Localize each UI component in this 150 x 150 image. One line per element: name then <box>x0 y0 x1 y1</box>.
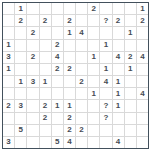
cell-r1c8[interactable]: 2 <box>88 3 99 14</box>
cell-r3c1[interactable] <box>3 27 14 38</box>
cell-r2c1[interactable] <box>3 15 14 26</box>
cell-r10c4[interactable]: 2 <box>40 113 51 124</box>
cell-r7c1[interactable] <box>3 76 14 87</box>
cell-r10c5[interactable] <box>52 113 63 124</box>
cell-r1c5[interactable] <box>52 3 63 14</box>
cell-r7c3[interactable]: 3 <box>27 76 38 87</box>
cell-r11c12[interactable] <box>137 125 148 136</box>
cell-r11c11[interactable] <box>125 125 136 136</box>
cell-r6c9[interactable]: 1 <box>100 64 111 75</box>
cell-r9c9[interactable]: ? <box>100 100 111 111</box>
cell-r1c9[interactable] <box>100 3 111 14</box>
cell-r8c4[interactable] <box>40 88 51 99</box>
cell-r4c11[interactable] <box>125 40 136 51</box>
cell-r12c3[interactable] <box>27 137 38 148</box>
cell-r9c8[interactable] <box>88 100 99 111</box>
cell-r10c7[interactable] <box>76 113 87 124</box>
cell-r5c1[interactable]: 3 <box>3 52 14 63</box>
cell-r8c10[interactable]: 1 <box>113 88 124 99</box>
cell-r7c12[interactable] <box>137 76 148 87</box>
cell-r8c9[interactable] <box>100 88 111 99</box>
cell-r10c3[interactable] <box>27 113 38 124</box>
cell-r2c6[interactable]: 2 <box>64 15 75 26</box>
cell-r9c2[interactable]: 3 <box>15 100 26 111</box>
cell-r6c4[interactable] <box>40 64 51 75</box>
cell-r11c3[interactable] <box>27 125 38 136</box>
cell-r6c5[interactable]: 2 <box>52 64 63 75</box>
cell-r12c12[interactable] <box>137 137 148 148</box>
cell-r11c4[interactable] <box>40 125 51 136</box>
cell-r10c8[interactable] <box>88 113 99 124</box>
cell-r5c9[interactable] <box>100 52 111 63</box>
cell-r2c2[interactable]: 2 <box>15 15 26 26</box>
cell-r10c11[interactable] <box>125 113 136 124</box>
cell-r5c4[interactable] <box>40 52 51 63</box>
cell-r4c6[interactable] <box>64 40 75 51</box>
cell-r3c12[interactable] <box>137 27 148 38</box>
cell-r5c7[interactable] <box>76 52 87 63</box>
cell-r9c7[interactable] <box>76 100 87 111</box>
cell-r4c12[interactable] <box>137 40 148 51</box>
cell-r2c8[interactable] <box>88 15 99 26</box>
cell-r3c3[interactable]: 2 <box>27 27 38 38</box>
cell-r11c1[interactable] <box>3 125 14 136</box>
cell-r3c5[interactable] <box>52 27 63 38</box>
cell-r3c9[interactable] <box>100 27 111 38</box>
cell-r11c6[interactable]: 2 <box>64 125 75 136</box>
cell-r5c6[interactable] <box>64 52 75 63</box>
cell-r6c7[interactable] <box>76 64 87 75</box>
cell-r5c3[interactable]: 2 <box>27 52 38 63</box>
cell-r2c12[interactable]: 2 <box>137 15 148 26</box>
cell-r1c7[interactable] <box>76 3 87 14</box>
cell-r8c2[interactable] <box>15 88 26 99</box>
cell-r10c6[interactable]: 2 <box>64 113 75 124</box>
cell-r7c4[interactable]: 1 <box>40 76 51 87</box>
cell-r3c7[interactable]: 4 <box>76 27 87 38</box>
cell-r12c5[interactable]: 5 <box>52 137 63 148</box>
cell-r10c12[interactable] <box>137 113 148 124</box>
cell-r7c8[interactable] <box>88 76 99 87</box>
cell-r7c9[interactable]: 4 <box>100 76 111 87</box>
cell-r3c6[interactable]: 1 <box>64 27 75 38</box>
cell-r5c12[interactable]: 4 <box>137 52 148 63</box>
cell-r9c6[interactable]: 1 <box>64 100 75 111</box>
cell-r3c10[interactable] <box>113 27 124 38</box>
cell-r6c11[interactable]: 1 <box>125 64 136 75</box>
cell-r4c9[interactable]: 1 <box>100 40 111 51</box>
cell-r12c4[interactable] <box>40 137 51 148</box>
cell-r10c1[interactable] <box>3 113 14 124</box>
cell-r6c6[interactable]: 2 <box>64 64 75 75</box>
cell-r7c2[interactable]: 1 <box>15 76 26 87</box>
cell-r7c6[interactable] <box>64 76 75 87</box>
cell-r12c8[interactable] <box>88 137 99 148</box>
puzzle-board: 121222?222141121324142412211131241114232… <box>2 2 149 149</box>
cell-r4c4[interactable] <box>40 40 51 51</box>
cell-r5c11[interactable]: 2 <box>125 52 136 63</box>
cell-r1c2[interactable]: 1 <box>15 3 26 14</box>
cell-r8c11[interactable] <box>125 88 136 99</box>
cell-r2c4[interactable]: 2 <box>40 15 51 26</box>
cell-r2c3[interactable] <box>27 15 38 26</box>
cell-r8c7[interactable] <box>76 88 87 99</box>
cell-r12c2[interactable] <box>15 137 26 148</box>
cell-r4c10[interactable] <box>113 40 124 51</box>
cell-r9c11[interactable] <box>125 100 136 111</box>
cell-r4c3[interactable] <box>27 40 38 51</box>
cell-r9c5[interactable]: 1 <box>52 100 63 111</box>
cell-r6c3[interactable] <box>27 64 38 75</box>
cell-r10c2[interactable] <box>15 113 26 124</box>
cell-r7c11[interactable] <box>125 76 136 87</box>
cell-r11c9[interactable] <box>100 125 111 136</box>
cell-r2c5[interactable] <box>52 15 63 26</box>
cell-r8c8[interactable]: 1 <box>88 88 99 99</box>
cell-r1c4[interactable] <box>40 3 51 14</box>
cell-r2c7[interactable] <box>76 15 87 26</box>
cell-r7c5[interactable] <box>52 76 63 87</box>
cell-r1c1[interactable] <box>3 3 14 14</box>
cell-r2c11[interactable] <box>125 15 136 26</box>
cell-r1c11[interactable] <box>125 3 136 14</box>
cell-r12c10[interactable]: 4 <box>113 137 124 148</box>
cell-r6c12[interactable] <box>137 64 148 75</box>
cell-r6c2[interactable] <box>15 64 26 75</box>
cell-r1c10[interactable] <box>113 3 124 14</box>
cell-r2c10[interactable]: 2 <box>113 15 124 26</box>
cell-r8c3[interactable] <box>27 88 38 99</box>
cell-r2c9[interactable]: ? <box>100 15 111 26</box>
cell-r4c7[interactable] <box>76 40 87 51</box>
cell-r1c6[interactable] <box>64 3 75 14</box>
cell-r12c11[interactable] <box>125 137 136 148</box>
cell-r11c10[interactable] <box>113 125 124 136</box>
cell-r12c7[interactable] <box>76 137 87 148</box>
cell-r8c1[interactable] <box>3 88 14 99</box>
cell-r9c4[interactable]: 2 <box>40 100 51 111</box>
cell-r4c2[interactable] <box>15 40 26 51</box>
cell-r6c8[interactable] <box>88 64 99 75</box>
cell-r11c7[interactable]: 2 <box>76 125 87 136</box>
cell-r3c2[interactable] <box>15 27 26 38</box>
cell-r3c8[interactable] <box>88 27 99 38</box>
cell-r7c10[interactable]: 1 <box>113 76 124 87</box>
cell-r12c1[interactable]: 3 <box>3 137 14 148</box>
cell-r1c12[interactable]: 1 <box>137 3 148 14</box>
cell-r1c3[interactable] <box>27 3 38 14</box>
cell-r10c9[interactable]: ? <box>100 113 111 124</box>
cell-r12c6[interactable]: 4 <box>64 137 75 148</box>
cell-r5c2[interactable] <box>15 52 26 63</box>
cell-r9c12[interactable] <box>137 100 148 111</box>
cell-r11c5[interactable] <box>52 125 63 136</box>
cell-r10c10[interactable] <box>113 113 124 124</box>
cell-r6c10[interactable] <box>113 64 124 75</box>
cell-r8c12[interactable]: 4 <box>137 88 148 99</box>
cell-r11c2[interactable]: 5 <box>15 125 26 136</box>
cell-r7c7[interactable]: 2 <box>76 76 87 87</box>
cell-r5c8[interactable]: 1 <box>88 52 99 63</box>
cell-r3c11[interactable]: 1 <box>125 27 136 38</box>
cell-r3c4[interactable] <box>40 27 51 38</box>
cell-r8c6[interactable] <box>64 88 75 99</box>
cell-r9c3[interactable] <box>27 100 38 111</box>
cell-r8c5[interactable] <box>52 88 63 99</box>
cell-r12c9[interactable] <box>100 137 111 148</box>
cell-r9c10[interactable]: 1 <box>113 100 124 111</box>
cell-r9c1[interactable]: 2 <box>3 100 14 111</box>
cell-r4c1[interactable]: 1 <box>3 40 14 51</box>
cell-r5c5[interactable]: 4 <box>52 52 63 63</box>
puzzle-board-container: 121222?222141121324142412211131241114232… <box>2 2 149 149</box>
cell-r4c5[interactable]: 2 <box>52 40 63 51</box>
cell-r6c1[interactable]: 1 <box>3 64 14 75</box>
cell-r5c10[interactable]: 4 <box>113 52 124 63</box>
cell-r11c8[interactable] <box>88 125 99 136</box>
cell-r4c8[interactable] <box>88 40 99 51</box>
